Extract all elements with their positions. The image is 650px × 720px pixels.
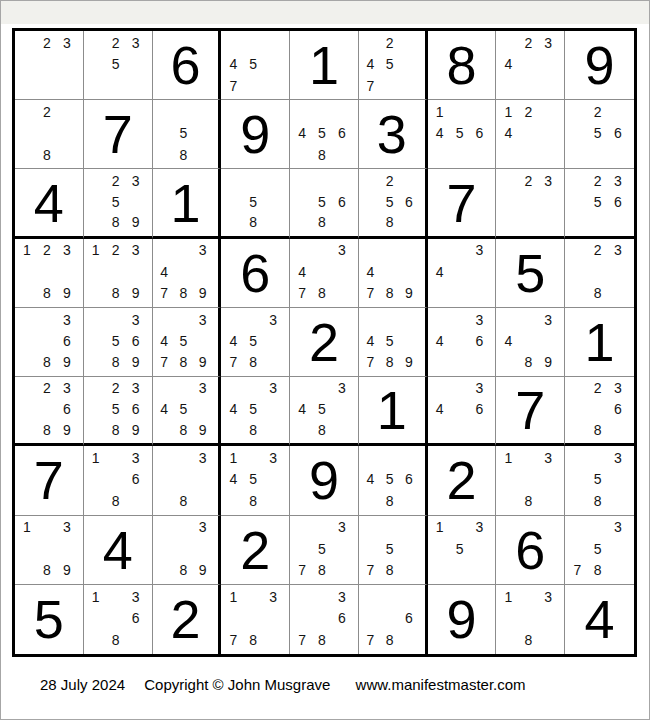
pencil-mark-pos-2 bbox=[174, 447, 193, 468]
cell-r6c3[interactable]: 34589 bbox=[153, 377, 222, 446]
pencil-mark-pos-4: 4 bbox=[430, 399, 450, 420]
pencil-mark-pos-6: 6 bbox=[399, 191, 418, 212]
cell-r2c6[interactable]: 3 bbox=[359, 100, 428, 169]
pencil-mark-pos-4 bbox=[17, 53, 37, 74]
pencil-mark-pos-6: 6 bbox=[608, 191, 628, 212]
pencil-mark-pos-2 bbox=[174, 378, 193, 399]
pencil-mark-pos-9 bbox=[57, 144, 77, 165]
pencil-marks: 138 bbox=[496, 446, 564, 514]
pencil-mark-pos-2 bbox=[243, 447, 263, 468]
pencil-mark-pos-4: 4 bbox=[155, 399, 174, 420]
cell-r7c2[interactable]: 1368 bbox=[84, 446, 153, 515]
pencil-mark-pos-5 bbox=[37, 261, 57, 282]
pencil-mark-pos-3: 3 bbox=[332, 378, 352, 399]
pencil-mark-pos-8: 8 bbox=[518, 629, 538, 651]
pencil-mark-pos-9: 9 bbox=[193, 352, 212, 373]
cell-r5c5[interactable]: 2 bbox=[290, 308, 359, 377]
pencil-mark-pos-4 bbox=[223, 608, 243, 630]
pencil-mark-pos-2: 2 bbox=[106, 378, 126, 399]
pencil-mark-pos-9 bbox=[263, 352, 283, 373]
pencil-mark-pos-9 bbox=[399, 629, 418, 651]
pencil-mark-pos-7 bbox=[430, 144, 450, 165]
solved-digit: 4 bbox=[585, 592, 615, 646]
pencil-mark-pos-3 bbox=[470, 101, 490, 122]
pencil-mark-pos-5: 5 bbox=[243, 330, 263, 351]
pencil-mark-pos-8: 8 bbox=[587, 490, 607, 511]
pencil-mark-pos-7: 7 bbox=[292, 629, 312, 651]
cell-r3c5[interactable]: 568 bbox=[290, 169, 359, 238]
cell-r9c7[interactable]: 9 bbox=[428, 585, 497, 654]
cell-r5c7[interactable]: 346 bbox=[428, 308, 497, 377]
pencil-mark-pos-2: 2 bbox=[106, 32, 126, 53]
pencil-marks: 235 bbox=[84, 31, 152, 99]
cell-r1c4[interactable]: 457 bbox=[221, 31, 290, 100]
pencil-mark-pos-6 bbox=[470, 538, 490, 559]
pencil-mark-pos-5 bbox=[174, 469, 193, 490]
pencil-mark-pos-7 bbox=[155, 490, 174, 511]
pencil-mark-pos-4 bbox=[567, 123, 587, 144]
pencil-mark-pos-3: 3 bbox=[470, 378, 490, 399]
pencil-mark-pos-7 bbox=[498, 212, 518, 233]
pencil-mark-pos-2 bbox=[518, 447, 538, 468]
solved-digit: 7 bbox=[103, 107, 133, 161]
pencil-mark-pos-6 bbox=[193, 330, 212, 351]
pencil-mark-pos-4: 4 bbox=[430, 123, 450, 144]
pencil-mark-pos-7 bbox=[430, 352, 450, 373]
cell-r7c9[interactable]: 358 bbox=[565, 446, 634, 515]
pencil-mark-pos-8: 8 bbox=[312, 212, 332, 233]
cell-r8c6[interactable]: 578 bbox=[359, 516, 428, 585]
pencil-mark-pos-4: 4 bbox=[292, 261, 312, 282]
pencil-mark-pos-7 bbox=[430, 420, 450, 441]
pencil-mark-pos-4 bbox=[17, 123, 37, 144]
pencil-mark-pos-2 bbox=[587, 447, 607, 468]
cell-r4c4[interactable]: 6 bbox=[221, 239, 290, 308]
cell-r2c4[interactable]: 9 bbox=[221, 100, 290, 169]
pencil-mark-pos-4 bbox=[17, 538, 37, 559]
cell-r8c8[interactable]: 6 bbox=[496, 516, 565, 585]
pencil-mark-pos-7 bbox=[567, 420, 587, 441]
cell-r4c3[interactable]: 34789 bbox=[153, 239, 222, 308]
pencil-mark-pos-2 bbox=[380, 447, 399, 468]
pencil-mark-pos-9 bbox=[608, 282, 628, 303]
pencil-mark-pos-1 bbox=[155, 447, 174, 468]
cell-r9c9[interactable]: 4 bbox=[565, 585, 634, 654]
cell-r7c6[interactable]: 4568 bbox=[359, 446, 428, 515]
solved-digit: 6 bbox=[240, 246, 270, 300]
pencil-mark-pos-9 bbox=[608, 212, 628, 233]
cell-r1c5[interactable]: 1 bbox=[290, 31, 359, 100]
pencil-mark-pos-1 bbox=[361, 32, 380, 53]
pencil-mark-pos-4 bbox=[86, 53, 106, 74]
pencil-mark-pos-7 bbox=[567, 282, 587, 303]
pencil-mark-pos-3: 3 bbox=[126, 240, 146, 261]
pencil-mark-pos-7 bbox=[155, 144, 174, 165]
pencil-mark-pos-8: 8 bbox=[174, 490, 193, 511]
pencil-mark-pos-4 bbox=[292, 191, 312, 212]
cell-r5c9[interactable]: 1 bbox=[565, 308, 634, 377]
sudoku-grid: 2323564571245782349287589456831456124256… bbox=[12, 28, 637, 657]
pencil-mark-pos-2: 2 bbox=[37, 101, 57, 122]
solved-digit: 5 bbox=[515, 246, 545, 300]
cell-r6c5[interactable]: 3458 bbox=[290, 377, 359, 446]
pencil-mark-pos-3: 3 bbox=[193, 309, 212, 330]
pencil-mark-pos-6 bbox=[193, 469, 212, 490]
pencil-mark-pos-2: 2 bbox=[37, 32, 57, 53]
pencil-mark-pos-4: 4 bbox=[361, 261, 380, 282]
cell-r5c3[interactable]: 345789 bbox=[153, 308, 222, 377]
pencil-mark-pos-7 bbox=[86, 212, 106, 233]
pencil-mark-pos-8: 8 bbox=[174, 352, 193, 373]
pencil-marks: 4789 bbox=[359, 239, 425, 307]
pencil-mark-pos-8: 8 bbox=[37, 559, 57, 580]
pencil-mark-pos-4 bbox=[498, 608, 518, 630]
pencil-mark-pos-1 bbox=[567, 170, 587, 191]
cell-r6c9[interactable]: 2368 bbox=[565, 377, 634, 446]
pencil-mark-pos-2 bbox=[450, 101, 470, 122]
pencil-mark-pos-7 bbox=[498, 75, 518, 96]
cell-r4c1[interactable]: 12389 bbox=[15, 239, 84, 308]
pencil-mark-pos-9 bbox=[538, 75, 558, 96]
pencil-mark-pos-2 bbox=[243, 170, 263, 191]
pencil-mark-pos-7 bbox=[430, 282, 450, 303]
pencil-mark-pos-8: 8 bbox=[243, 629, 263, 651]
pencil-mark-pos-3 bbox=[399, 32, 418, 53]
pencil-marks: 346 bbox=[428, 308, 496, 376]
cell-r2c8[interactable]: 124 bbox=[496, 100, 565, 169]
pencil-mark-pos-9 bbox=[126, 75, 146, 96]
pencil-mark-pos-7 bbox=[155, 559, 174, 580]
pencil-mark-pos-3 bbox=[193, 101, 212, 122]
cell-r8c3[interactable]: 389 bbox=[153, 516, 222, 585]
pencil-marks: 234 bbox=[496, 31, 564, 99]
pencil-mark-pos-7 bbox=[86, 75, 106, 96]
pencil-mark-pos-9 bbox=[470, 352, 490, 373]
pencil-mark-pos-1 bbox=[567, 447, 587, 468]
pencil-mark-pos-8: 8 bbox=[174, 559, 193, 580]
pencil-mark-pos-4: 4 bbox=[498, 123, 518, 144]
pencil-mark-pos-3: 3 bbox=[126, 309, 146, 330]
pencil-mark-pos-9 bbox=[538, 212, 558, 233]
cell-r1c3[interactable]: 6 bbox=[153, 31, 222, 100]
pencil-mark-pos-3 bbox=[399, 309, 418, 330]
pencil-mark-pos-1: 1 bbox=[86, 240, 106, 261]
pencil-mark-pos-8 bbox=[380, 75, 399, 96]
pencil-mark-pos-3: 3 bbox=[608, 170, 628, 191]
cell-r1c1[interactable]: 23 bbox=[15, 31, 84, 100]
cell-r1c9[interactable]: 9 bbox=[565, 31, 634, 100]
pencil-mark-pos-4: 4 bbox=[292, 399, 312, 420]
pencil-mark-pos-5 bbox=[174, 538, 193, 559]
cell-r5c6[interactable]: 45789 bbox=[359, 308, 428, 377]
pencil-marks: 34589 bbox=[153, 377, 219, 443]
pencil-mark-pos-4 bbox=[17, 261, 37, 282]
pencil-mark-pos-8 bbox=[518, 212, 538, 233]
pencil-marks: 3689 bbox=[15, 308, 83, 376]
cell-r9c5[interactable]: 3678 bbox=[290, 585, 359, 654]
cell-r6c8[interactable]: 7 bbox=[496, 377, 565, 446]
pencil-mark-pos-7 bbox=[292, 420, 312, 441]
pencil-marks: 2356 bbox=[565, 169, 634, 235]
pencil-mark-pos-9 bbox=[470, 559, 490, 580]
pencil-mark-pos-1 bbox=[361, 240, 380, 261]
pencil-mark-pos-3: 3 bbox=[193, 517, 212, 538]
pencil-mark-pos-8: 8 bbox=[312, 629, 332, 651]
cell-r4c6[interactable]: 4789 bbox=[359, 239, 428, 308]
pencil-mark-pos-2 bbox=[312, 586, 332, 608]
pencil-mark-pos-7 bbox=[567, 490, 587, 511]
pencil-mark-pos-5 bbox=[106, 261, 126, 282]
pencil-mark-pos-3: 3 bbox=[193, 240, 212, 261]
pencil-mark-pos-7 bbox=[567, 144, 587, 165]
cell-r9c6[interactable]: 678 bbox=[359, 585, 428, 654]
cell-r5c2[interactable]: 35689 bbox=[84, 308, 153, 377]
pencil-mark-pos-1 bbox=[567, 378, 587, 399]
pencil-mark-pos-1: 1 bbox=[498, 101, 518, 122]
pencil-mark-pos-9 bbox=[608, 559, 628, 580]
pencil-mark-pos-3: 3 bbox=[126, 32, 146, 53]
cell-r1c2[interactable]: 235 bbox=[84, 31, 153, 100]
cell-r7c5[interactable]: 9 bbox=[290, 446, 359, 515]
pencil-mark-pos-9 bbox=[126, 629, 146, 651]
cell-r7c8[interactable]: 138 bbox=[496, 446, 565, 515]
pencil-marks: 389 bbox=[153, 516, 219, 584]
cell-r8c5[interactable]: 3578 bbox=[290, 516, 359, 585]
pencil-mark-pos-3: 3 bbox=[538, 447, 558, 468]
pencil-mark-pos-3: 3 bbox=[57, 378, 77, 399]
pencil-mark-pos-2 bbox=[174, 517, 193, 538]
pencil-marks: 34578 bbox=[221, 308, 289, 376]
cell-r3c8[interactable]: 23 bbox=[496, 169, 565, 238]
cell-r6c4[interactable]: 3458 bbox=[221, 377, 290, 446]
pencil-mark-pos-5 bbox=[587, 261, 607, 282]
pencil-mark-pos-2 bbox=[243, 32, 263, 53]
cell-r2c1[interactable]: 28 bbox=[15, 100, 84, 169]
pencil-marks: 34789 bbox=[153, 239, 219, 307]
pencil-mark-pos-6: 6 bbox=[470, 399, 490, 420]
pencil-mark-pos-1 bbox=[17, 309, 37, 330]
pencil-mark-pos-9 bbox=[263, 420, 283, 441]
cell-r3c7[interactable]: 7 bbox=[428, 169, 497, 238]
cell-r6c2[interactable]: 235689 bbox=[84, 377, 153, 446]
pencil-mark-pos-6: 6 bbox=[332, 608, 352, 630]
footer: 28 July 2024 Copyright © John Musgrave w… bbox=[40, 676, 526, 693]
cell-r3c4[interactable]: 58 bbox=[221, 169, 290, 238]
cell-r5c8[interactable]: 3489 bbox=[496, 308, 565, 377]
cell-r8c4[interactable]: 2 bbox=[221, 516, 290, 585]
pencil-mark-pos-3: 3 bbox=[263, 309, 283, 330]
pencil-mark-pos-8: 8 bbox=[243, 490, 263, 511]
solved-digit: 2 bbox=[170, 592, 200, 646]
cell-r2c3[interactable]: 58 bbox=[153, 100, 222, 169]
cell-r2c5[interactable]: 4568 bbox=[290, 100, 359, 169]
cell-r2c9[interactable]: 256 bbox=[565, 100, 634, 169]
solved-digit: 3 bbox=[377, 107, 407, 161]
pencil-mark-pos-6: 6 bbox=[126, 469, 146, 490]
pencil-mark-pos-5 bbox=[174, 261, 193, 282]
pencil-mark-pos-8: 8 bbox=[587, 282, 607, 303]
page-top-band bbox=[1, 1, 649, 24]
pencil-mark-pos-7 bbox=[361, 490, 380, 511]
pencil-mark-pos-9 bbox=[332, 629, 352, 651]
pencil-mark-pos-2 bbox=[106, 586, 126, 608]
pencil-mark-pos-2 bbox=[450, 517, 470, 538]
pencil-mark-pos-5: 5 bbox=[587, 191, 607, 212]
pencil-mark-pos-3 bbox=[399, 240, 418, 261]
cell-r6c1[interactable]: 23689 bbox=[15, 377, 84, 446]
pencil-mark-pos-8: 8 bbox=[380, 490, 399, 511]
pencil-mark-pos-5: 5 bbox=[243, 53, 263, 74]
pencil-mark-pos-2 bbox=[174, 309, 193, 330]
cell-r1c7[interactable]: 8 bbox=[428, 31, 497, 100]
cell-r4c9[interactable]: 238 bbox=[565, 239, 634, 308]
cell-r3c6[interactable]: 2568 bbox=[359, 169, 428, 238]
pencil-mark-pos-3: 3 bbox=[538, 309, 558, 330]
pencil-mark-pos-9 bbox=[193, 490, 212, 511]
pencil-mark-pos-4 bbox=[292, 538, 312, 559]
cell-r9c8[interactable]: 138 bbox=[496, 585, 565, 654]
cell-r4c2[interactable]: 12389 bbox=[84, 239, 153, 308]
pencil-mark-pos-4: 4 bbox=[498, 53, 518, 74]
cell-r7c3[interactable]: 38 bbox=[153, 446, 222, 515]
pencil-mark-pos-2 bbox=[243, 586, 263, 608]
pencil-mark-pos-7: 7 bbox=[155, 352, 174, 373]
pencil-mark-pos-1: 1 bbox=[223, 447, 243, 468]
pencil-mark-pos-8 bbox=[518, 75, 538, 96]
pencil-marks: 58 bbox=[221, 169, 289, 235]
pencil-mark-pos-8: 8 bbox=[106, 629, 126, 651]
cell-r7c1[interactable]: 7 bbox=[15, 446, 84, 515]
pencil-mark-pos-6: 6 bbox=[399, 469, 418, 490]
cell-r3c2[interactable]: 23589 bbox=[84, 169, 153, 238]
pencil-mark-pos-9: 9 bbox=[399, 352, 418, 373]
cell-r7c7[interactable]: 2 bbox=[428, 446, 497, 515]
solved-digit: 9 bbox=[309, 453, 339, 507]
solved-digit: 4 bbox=[34, 176, 64, 230]
pencil-mark-pos-2: 2 bbox=[106, 240, 126, 261]
cell-r9c4[interactable]: 1378 bbox=[221, 585, 290, 654]
cell-r2c2[interactable]: 7 bbox=[84, 100, 153, 169]
cell-r6c7[interactable]: 346 bbox=[428, 377, 497, 446]
pencil-mark-pos-5: 5 bbox=[450, 538, 470, 559]
cell-r3c1[interactable]: 4 bbox=[15, 169, 84, 238]
pencil-mark-pos-9 bbox=[538, 144, 558, 165]
cell-r4c8[interactable]: 5 bbox=[496, 239, 565, 308]
pencil-mark-pos-5 bbox=[37, 123, 57, 144]
pencil-mark-pos-4 bbox=[498, 191, 518, 212]
pencil-mark-pos-3: 3 bbox=[126, 586, 146, 608]
pencil-marks: 23589 bbox=[84, 169, 152, 235]
pencil-mark-pos-5: 5 bbox=[174, 330, 193, 351]
pencil-mark-pos-3: 3 bbox=[263, 447, 283, 468]
footer-copyright: Copyright © John Musgrave bbox=[144, 676, 330, 693]
pencil-mark-pos-1: 1 bbox=[223, 586, 243, 608]
solved-digit: 7 bbox=[515, 383, 545, 437]
pencil-mark-pos-5 bbox=[450, 330, 470, 351]
cell-r4c5[interactable]: 3478 bbox=[290, 239, 359, 308]
pencil-mark-pos-2 bbox=[312, 240, 332, 261]
pencil-mark-pos-3: 3 bbox=[332, 586, 352, 608]
pencil-mark-pos-2 bbox=[450, 309, 470, 330]
pencil-mark-pos-3 bbox=[608, 101, 628, 122]
cell-r1c6[interactable]: 2457 bbox=[359, 31, 428, 100]
cell-r3c9[interactable]: 2356 bbox=[565, 169, 634, 238]
solved-digit: 9 bbox=[240, 107, 270, 161]
pencil-mark-pos-4: 4 bbox=[155, 330, 174, 351]
pencil-mark-pos-5: 5 bbox=[450, 123, 470, 144]
pencil-mark-pos-9: 9 bbox=[57, 420, 77, 441]
pencil-mark-pos-2 bbox=[174, 240, 193, 261]
cell-r7c4[interactable]: 13458 bbox=[221, 446, 290, 515]
cell-r9c2[interactable]: 1368 bbox=[84, 585, 153, 654]
pencil-mark-pos-8: 8 bbox=[380, 629, 399, 651]
pencil-mark-pos-8 bbox=[106, 75, 126, 96]
cell-r5c1[interactable]: 3689 bbox=[15, 308, 84, 377]
cell-r8c2[interactable]: 4 bbox=[84, 516, 153, 585]
pencil-mark-pos-3: 3 bbox=[193, 447, 212, 468]
pencil-mark-pos-2 bbox=[174, 101, 193, 122]
cell-r9c3[interactable]: 2 bbox=[153, 585, 222, 654]
pencil-mark-pos-3: 3 bbox=[332, 240, 352, 261]
cell-r6c6[interactable]: 1 bbox=[359, 377, 428, 446]
pencil-mark-pos-5 bbox=[106, 608, 126, 630]
pencil-mark-pos-4: 4 bbox=[223, 399, 243, 420]
pencil-mark-pos-1 bbox=[292, 586, 312, 608]
pencil-mark-pos-5 bbox=[37, 330, 57, 351]
pencil-mark-pos-6: 6 bbox=[470, 330, 490, 351]
cell-r9c1[interactable]: 5 bbox=[15, 585, 84, 654]
pencil-mark-pos-2 bbox=[587, 517, 607, 538]
pencil-mark-pos-3: 3 bbox=[57, 240, 77, 261]
cell-r5c4[interactable]: 34578 bbox=[221, 308, 290, 377]
pencil-mark-pos-9 bbox=[538, 490, 558, 511]
pencil-mark-pos-2 bbox=[380, 586, 399, 608]
pencil-mark-pos-7 bbox=[155, 420, 174, 441]
pencil-mark-pos-1: 1 bbox=[86, 447, 106, 468]
pencil-mark-pos-1 bbox=[155, 101, 174, 122]
pencil-mark-pos-8: 8 bbox=[37, 352, 57, 373]
pencil-mark-pos-7: 7 bbox=[361, 559, 380, 580]
cell-r2c7[interactable]: 1456 bbox=[428, 100, 497, 169]
pencil-mark-pos-2 bbox=[243, 378, 263, 399]
pencil-mark-pos-7 bbox=[498, 352, 518, 373]
pencil-mark-pos-5: 5 bbox=[243, 469, 263, 490]
pencil-mark-pos-1 bbox=[498, 32, 518, 53]
pencil-marks: 1368 bbox=[84, 446, 152, 514]
pencil-mark-pos-3: 3 bbox=[193, 378, 212, 399]
pencil-mark-pos-3: 3 bbox=[538, 586, 558, 608]
pencil-mark-pos-5: 5 bbox=[174, 123, 193, 144]
cell-r8c9[interactable]: 3578 bbox=[565, 516, 634, 585]
pencil-mark-pos-8 bbox=[450, 420, 470, 441]
pencil-mark-pos-6: 6 bbox=[470, 123, 490, 144]
pencil-mark-pos-3: 3 bbox=[263, 378, 283, 399]
pencil-marks: 3578 bbox=[565, 516, 634, 584]
cell-r3c3[interactable]: 1 bbox=[153, 169, 222, 238]
pencil-mark-pos-1: 1 bbox=[498, 586, 518, 608]
pencil-mark-pos-6: 6 bbox=[57, 330, 77, 351]
cell-r8c7[interactable]: 135 bbox=[428, 516, 497, 585]
pencil-mark-pos-1 bbox=[86, 32, 106, 53]
pencil-mark-pos-7: 7 bbox=[223, 629, 243, 651]
cell-r4c7[interactable]: 34 bbox=[428, 239, 497, 308]
pencil-marks: 138 bbox=[496, 585, 564, 654]
pencil-mark-pos-5: 5 bbox=[312, 123, 332, 144]
cell-r8c1[interactable]: 1389 bbox=[15, 516, 84, 585]
solved-digit: 2 bbox=[240, 523, 270, 577]
pencil-mark-pos-4 bbox=[86, 191, 106, 212]
cell-r1c8[interactable]: 234 bbox=[496, 31, 565, 100]
